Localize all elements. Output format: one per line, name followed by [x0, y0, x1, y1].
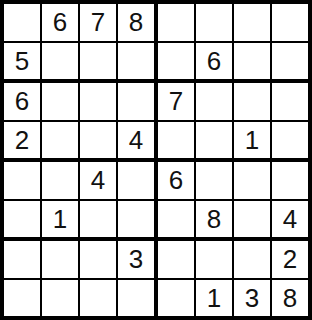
cell-r4c1[interactable]: 2 [4, 122, 42, 163]
cell-r2c6[interactable]: 6 [196, 43, 234, 84]
cell-r2c4[interactable] [118, 43, 158, 84]
cell-r3c6[interactable] [196, 83, 234, 122]
cell-r8c1[interactable] [4, 280, 42, 317]
sudoku-board: 67856672414618432138 [0, 0, 312, 320]
cell-r1c2[interactable]: 6 [42, 4, 80, 43]
cell-r3c7[interactable] [234, 83, 272, 122]
cell-r4c3[interactable] [80, 122, 118, 163]
cell-r7c5[interactable] [158, 241, 196, 280]
cell-r6c6[interactable]: 8 [196, 201, 234, 242]
cell-r2c1[interactable]: 5 [4, 43, 42, 84]
cell-r8c4[interactable] [118, 280, 158, 317]
cell-r5c2[interactable] [42, 162, 80, 201]
cell-r3c8[interactable] [272, 83, 308, 122]
cell-r7c4[interactable]: 3 [118, 241, 158, 280]
cell-r6c7[interactable] [234, 201, 272, 242]
cell-r6c5[interactable] [158, 201, 196, 242]
cell-r4c8[interactable] [272, 122, 308, 163]
cell-r5c3[interactable]: 4 [80, 162, 118, 201]
cell-r1c5[interactable] [158, 4, 196, 43]
cell-r6c1[interactable] [4, 201, 42, 242]
cell-r6c4[interactable] [118, 201, 158, 242]
cell-r5c4[interactable] [118, 162, 158, 201]
cell-r3c4[interactable] [118, 83, 158, 122]
cell-r8c5[interactable] [158, 280, 196, 317]
cell-r4c2[interactable] [42, 122, 80, 163]
cell-r8c3[interactable] [80, 280, 118, 317]
cell-r1c1[interactable] [4, 4, 42, 43]
cell-r3c2[interactable] [42, 83, 80, 122]
cell-r1c4[interactable]: 8 [118, 4, 158, 43]
cell-r5c7[interactable] [234, 162, 272, 201]
cell-r1c8[interactable] [272, 4, 308, 43]
cell-r5c8[interactable] [272, 162, 308, 201]
cell-r5c6[interactable] [196, 162, 234, 201]
cell-r4c6[interactable] [196, 122, 234, 163]
cell-r7c8[interactable]: 2 [272, 241, 308, 280]
cell-r4c5[interactable] [158, 122, 196, 163]
cell-r3c3[interactable] [80, 83, 118, 122]
cell-r7c6[interactable] [196, 241, 234, 280]
cell-r8c6[interactable]: 1 [196, 280, 234, 317]
cell-r8c2[interactable] [42, 280, 80, 317]
cell-r3c1[interactable]: 6 [4, 83, 42, 122]
cell-r6c3[interactable] [80, 201, 118, 242]
cell-r7c3[interactable] [80, 241, 118, 280]
cell-r7c1[interactable] [4, 241, 42, 280]
cell-r1c7[interactable] [234, 4, 272, 43]
cell-r2c8[interactable] [272, 43, 308, 84]
cell-r7c7[interactable] [234, 241, 272, 280]
cell-r6c2[interactable]: 1 [42, 201, 80, 242]
cell-r2c7[interactable] [234, 43, 272, 84]
cell-r4c4[interactable]: 4 [118, 122, 158, 163]
cell-r8c8[interactable]: 8 [272, 280, 308, 317]
cell-r5c1[interactable] [4, 162, 42, 201]
cell-r6c8[interactable]: 4 [272, 201, 308, 242]
cell-r2c3[interactable] [80, 43, 118, 84]
cell-r1c6[interactable] [196, 4, 234, 43]
cell-r5c5[interactable]: 6 [158, 162, 196, 201]
cell-r1c3[interactable]: 7 [80, 4, 118, 43]
cell-r8c7[interactable]: 3 [234, 280, 272, 317]
cell-r2c2[interactable] [42, 43, 80, 84]
cell-r7c2[interactable] [42, 241, 80, 280]
cell-r4c7[interactable]: 1 [234, 122, 272, 163]
cell-r3c5[interactable]: 7 [158, 83, 196, 122]
cell-r2c5[interactable] [158, 43, 196, 84]
